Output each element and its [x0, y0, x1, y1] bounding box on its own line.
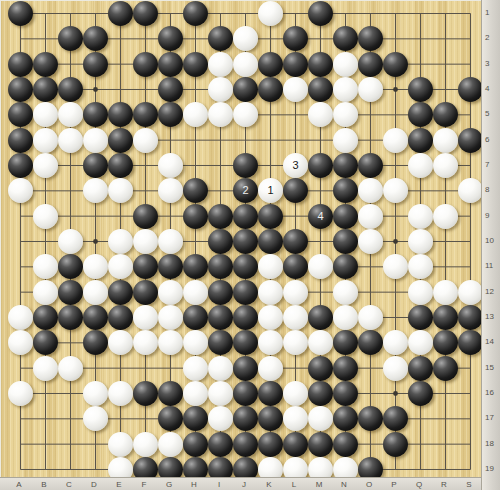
black-stone [233, 305, 258, 330]
star-point [93, 87, 98, 92]
white-stone [433, 153, 458, 178]
white-stone [433, 204, 458, 229]
white-stone [183, 356, 208, 381]
column-label: I [211, 481, 227, 489]
row-label: 19 [485, 465, 499, 473]
row-label: 8 [485, 186, 499, 194]
white-stone [358, 204, 383, 229]
black-stone [358, 52, 383, 77]
black-stone [133, 1, 158, 26]
black-stone [308, 52, 333, 77]
black-stone [258, 229, 283, 254]
black-stone [333, 356, 358, 381]
black-stone [308, 432, 333, 457]
black-stone [233, 204, 258, 229]
white-stone [133, 432, 158, 457]
white-stone [258, 280, 283, 305]
white-stone [108, 432, 133, 457]
black-stone [283, 432, 308, 457]
row-label: 15 [485, 364, 499, 372]
black-stone [308, 153, 333, 178]
white-stone [383, 356, 408, 381]
white-stone [83, 381, 108, 406]
white-stone [208, 381, 233, 406]
black-stone [208, 229, 233, 254]
black-stone [183, 305, 208, 330]
white-stone [333, 77, 358, 102]
black-stone [408, 77, 433, 102]
white-stone [83, 280, 108, 305]
black-stone [33, 305, 58, 330]
black-stone [133, 52, 158, 77]
row-label: 7 [485, 161, 499, 169]
black-stone [333, 381, 358, 406]
black-stone [333, 153, 358, 178]
white-stone [83, 128, 108, 153]
white-stone [33, 280, 58, 305]
column-label: D [86, 481, 102, 489]
black-stone [108, 305, 133, 330]
row-label: 11 [485, 262, 499, 270]
column-coordinates-strip: ABCDEFGHIJKLMNOPQRS [0, 477, 481, 490]
black-stone [133, 280, 158, 305]
white-stone [208, 356, 233, 381]
column-label: G [161, 481, 177, 489]
row-label: 6 [485, 136, 499, 144]
white-stone [158, 432, 183, 457]
black-stone [133, 381, 158, 406]
black-stone [158, 77, 183, 102]
row-label: 17 [485, 414, 499, 422]
white-stone [333, 305, 358, 330]
black-stone [83, 52, 108, 77]
black-stone [83, 153, 108, 178]
white-stone [458, 280, 483, 305]
column-label: P [386, 481, 402, 489]
black-stone [358, 153, 383, 178]
white-stone [8, 305, 33, 330]
star-point [393, 239, 398, 244]
white-stone [433, 128, 458, 153]
black-stone [308, 1, 333, 26]
black-stone [108, 128, 133, 153]
row-label: 16 [485, 389, 499, 397]
black-stone [158, 381, 183, 406]
black-stone [308, 77, 333, 102]
white-stone [33, 204, 58, 229]
column-label: J [236, 481, 252, 489]
white-stone [333, 128, 358, 153]
white-stone [408, 229, 433, 254]
black-stone [8, 153, 33, 178]
black-stone [8, 1, 33, 26]
black-stone [158, 52, 183, 77]
white-stone [133, 229, 158, 254]
black-stone [233, 381, 258, 406]
black-stone [233, 432, 258, 457]
row-label: 9 [485, 212, 499, 220]
row-label: 12 [485, 288, 499, 296]
row-label: 14 [485, 338, 499, 346]
column-label: M [311, 481, 327, 489]
white-stone [258, 305, 283, 330]
black-stone [333, 432, 358, 457]
white-stone [408, 153, 433, 178]
black-stone [183, 1, 208, 26]
black-stone [58, 77, 83, 102]
white-stone [133, 128, 158, 153]
row-label: 13 [485, 313, 499, 321]
white-stone [58, 128, 83, 153]
white-stone [283, 381, 308, 406]
white-stone [333, 52, 358, 77]
white-stone [108, 381, 133, 406]
star-point [393, 391, 398, 396]
black-stone [308, 356, 333, 381]
black-stone [308, 381, 333, 406]
white-stone [183, 280, 208, 305]
column-label: A [11, 481, 27, 489]
white-stone [283, 77, 308, 102]
black-stone [408, 305, 433, 330]
row-label: 18 [485, 440, 499, 448]
column-label: F [136, 481, 152, 489]
move-number-stone: 3 [283, 153, 308, 178]
black-stone [208, 204, 233, 229]
black-stone [258, 52, 283, 77]
black-stone [458, 305, 483, 330]
white-stone [358, 77, 383, 102]
white-stone [183, 381, 208, 406]
column-label: O [361, 481, 377, 489]
column-label: H [186, 481, 202, 489]
row-label: 1 [485, 9, 499, 17]
black-stone [233, 356, 258, 381]
black-stone [33, 52, 58, 77]
black-stone [58, 305, 83, 330]
black-stone [8, 52, 33, 77]
black-stone [33, 77, 58, 102]
black-stone [108, 280, 133, 305]
black-stone [258, 204, 283, 229]
white-stone [33, 356, 58, 381]
white-stone [58, 229, 83, 254]
black-stone [8, 77, 33, 102]
row-label: 10 [485, 237, 499, 245]
black-stone [283, 229, 308, 254]
black-stone [258, 77, 283, 102]
white-stone [283, 305, 308, 330]
column-label: E [111, 481, 127, 489]
black-stone [8, 128, 33, 153]
black-stone [433, 305, 458, 330]
black-stone [383, 52, 408, 77]
white-stone [158, 280, 183, 305]
black-stone [208, 280, 233, 305]
black-stone [408, 381, 433, 406]
star-point [393, 87, 398, 92]
black-stone [408, 356, 433, 381]
white-stone [283, 280, 308, 305]
column-label: L [286, 481, 302, 489]
column-label: N [336, 481, 352, 489]
black-stone [308, 305, 333, 330]
black-stone [208, 432, 233, 457]
black-stone [233, 153, 258, 178]
go-diagram-window: 3214 12345678910111213141516171819 ABCDE… [0, 0, 500, 490]
black-stone [383, 432, 408, 457]
white-stone [33, 153, 58, 178]
column-label: Q [411, 481, 427, 489]
row-label: 2 [485, 34, 499, 42]
white-stone [383, 128, 408, 153]
black-stone [233, 280, 258, 305]
black-stone [458, 77, 483, 102]
white-stone [133, 305, 158, 330]
white-stone [333, 280, 358, 305]
white-stone [433, 280, 458, 305]
column-label: B [36, 481, 52, 489]
column-label: K [261, 481, 277, 489]
white-stone [233, 52, 258, 77]
go-board[interactable]: 3214 [0, 0, 482, 478]
black-stone [58, 280, 83, 305]
white-stone [208, 77, 233, 102]
black-stone [258, 432, 283, 457]
column-label: R [436, 481, 452, 489]
black-stone [233, 229, 258, 254]
column-label: C [61, 481, 77, 489]
column-label: S [461, 481, 477, 489]
black-stone [258, 381, 283, 406]
black-stone [458, 128, 483, 153]
black-stone [183, 52, 208, 77]
white-stone [358, 305, 383, 330]
white-stone [208, 52, 233, 77]
black-stone [183, 432, 208, 457]
white-stone [58, 356, 83, 381]
white-stone [408, 280, 433, 305]
move-number-stone: 4 [308, 204, 333, 229]
row-label: 4 [485, 85, 499, 93]
black-stone [208, 305, 233, 330]
black-stone [108, 153, 133, 178]
star-point [93, 239, 98, 244]
black-stone [233, 77, 258, 102]
white-stone [358, 229, 383, 254]
row-coordinates-strip: 12345678910111213141516171819 [481, 0, 500, 490]
white-stone [33, 128, 58, 153]
row-label: 5 [485, 110, 499, 118]
black-stone [333, 229, 358, 254]
black-stone [408, 128, 433, 153]
white-stone [258, 356, 283, 381]
black-stone [283, 52, 308, 77]
white-stone [8, 381, 33, 406]
black-stone [133, 204, 158, 229]
black-stone [108, 1, 133, 26]
white-stone [408, 204, 433, 229]
white-stone [258, 1, 283, 26]
white-stone [108, 229, 133, 254]
white-stone [158, 229, 183, 254]
white-stone [158, 305, 183, 330]
black-stone [433, 356, 458, 381]
row-label: 3 [485, 60, 499, 68]
black-stone [83, 305, 108, 330]
black-stone [183, 204, 208, 229]
white-stone [158, 153, 183, 178]
black-stone [333, 204, 358, 229]
